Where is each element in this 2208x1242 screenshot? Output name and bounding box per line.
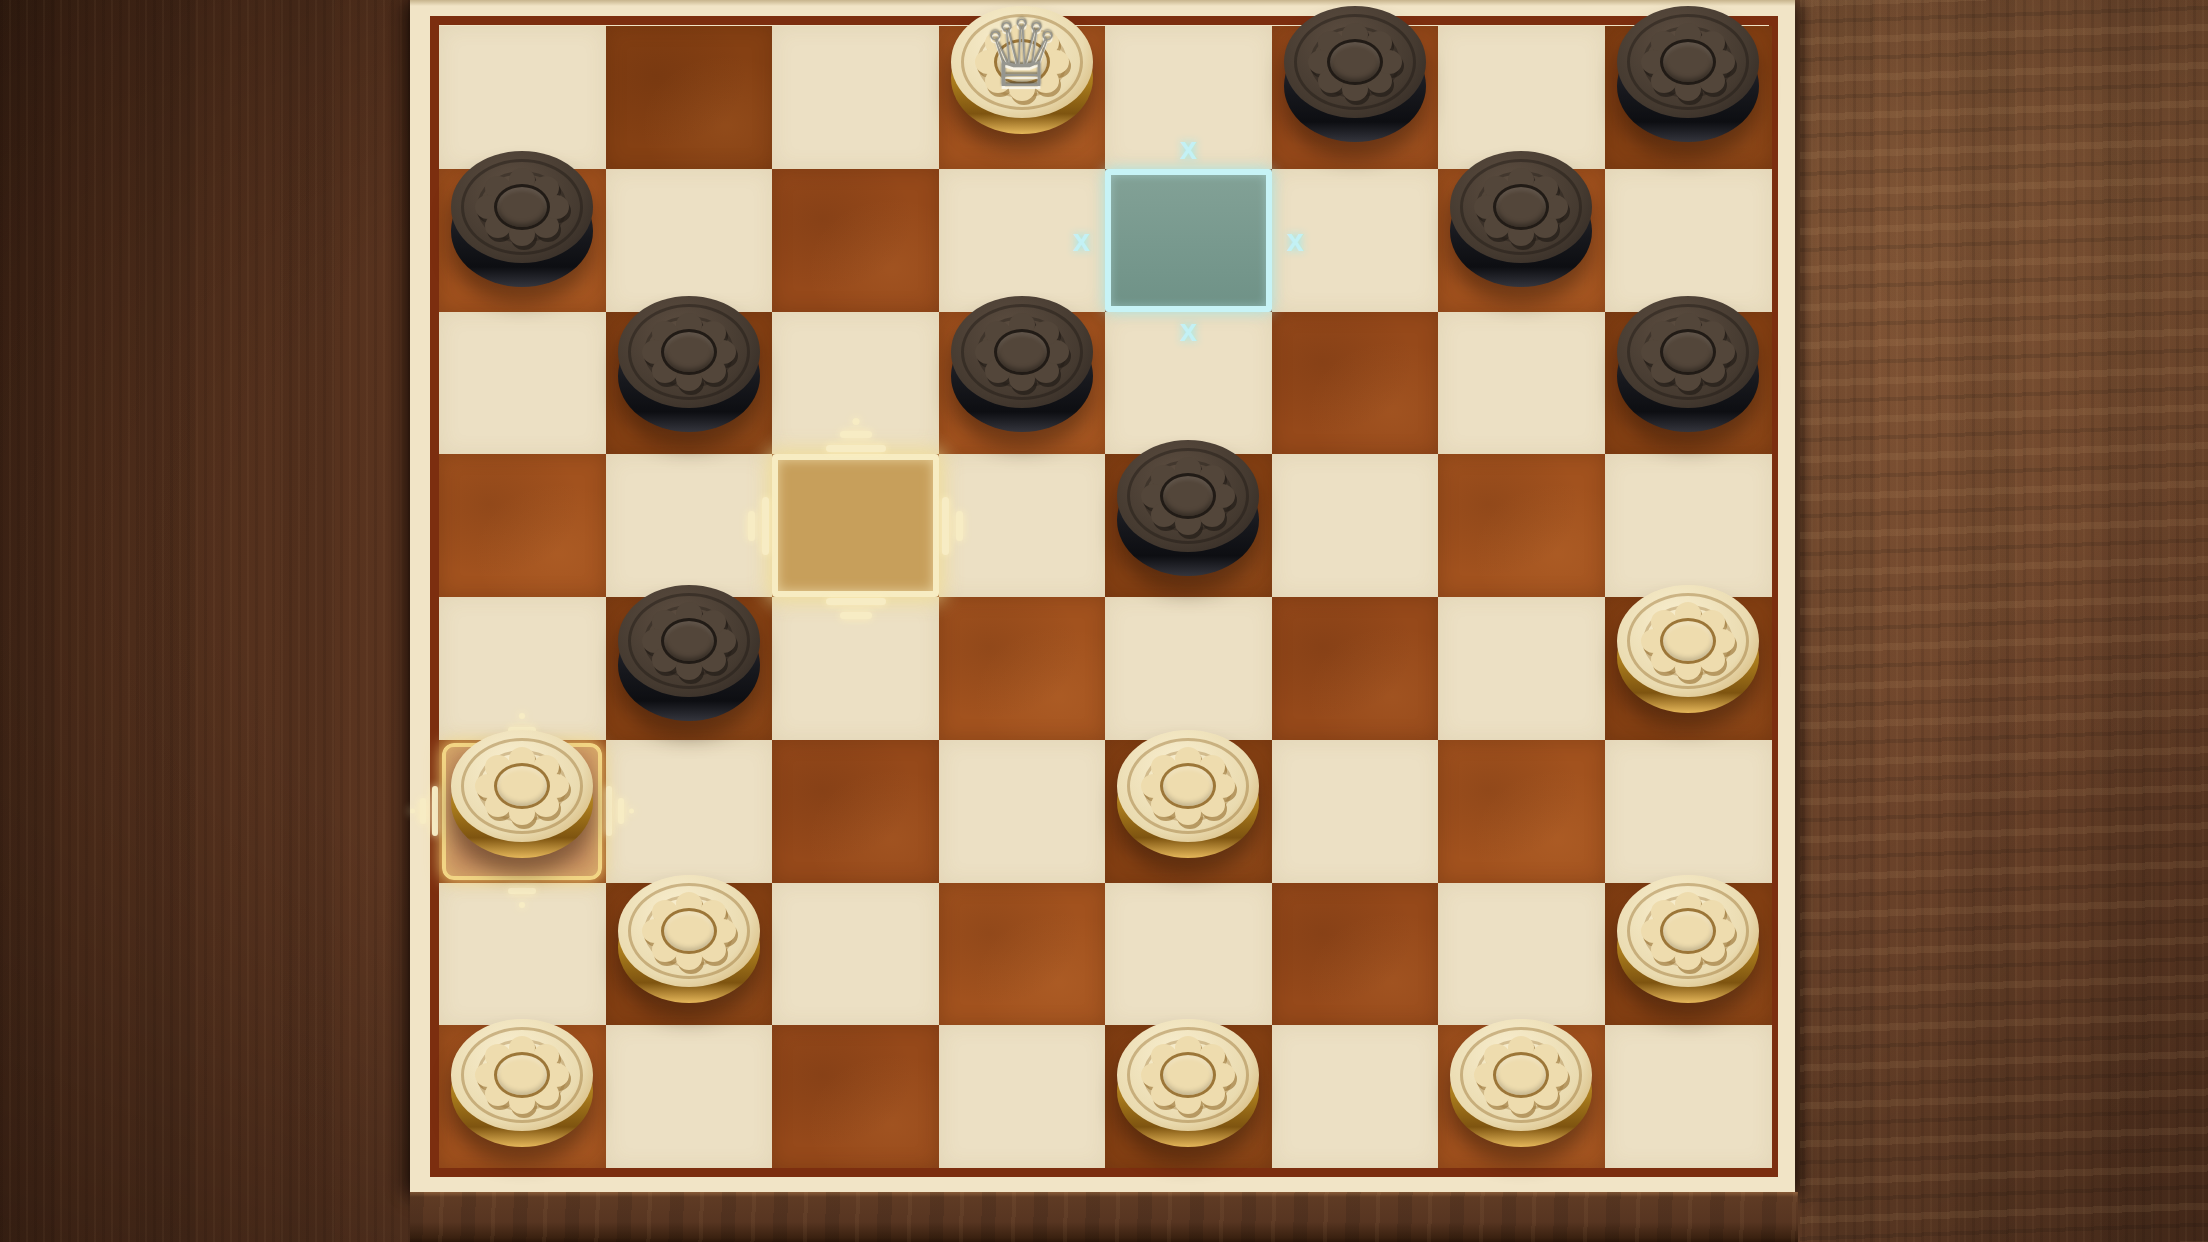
selection-sparkle <box>432 786 438 836</box>
square-r6c4 <box>1105 883 1272 1026</box>
square-r3c5 <box>1272 454 1439 597</box>
dark-man-piece[interactable] <box>618 585 760 725</box>
piece-part-core <box>1660 908 1716 954</box>
checkers-game-screen: xxxx♕ <box>0 0 2208 1242</box>
capture-x-mark: x <box>1180 315 1197 346</box>
square-r1c2[interactable] <box>772 169 939 312</box>
square-r7c3 <box>939 1025 1106 1168</box>
square-r6c2 <box>772 883 939 1026</box>
square-r0c2 <box>772 26 939 169</box>
square-r7c2[interactable] <box>772 1025 939 1168</box>
capture-x-mark: x <box>1287 225 1304 256</box>
square-r7c5 <box>1272 1025 1439 1168</box>
square-r4c6 <box>1438 597 1605 740</box>
piece-part-core <box>1660 618 1716 664</box>
square-r3c3 <box>939 454 1106 597</box>
light-man-piece[interactable] <box>1617 585 1759 725</box>
gold-target-sparkle <box>840 431 872 438</box>
piece-part-core <box>1327 39 1383 85</box>
square-r6c3[interactable] <box>939 883 1106 1026</box>
gold-target-sparkle <box>852 418 859 425</box>
gold-target-sparkle <box>826 598 886 605</box>
dark-man-piece[interactable] <box>1450 151 1592 291</box>
light-man-piece[interactable] <box>1117 730 1259 870</box>
light-king-piece[interactable]: ♕ <box>951 6 1093 146</box>
piece-part-core <box>494 184 550 230</box>
square-r0c6 <box>1438 26 1605 169</box>
dark-man-piece[interactable] <box>1617 296 1759 436</box>
dark-man-piece[interactable] <box>1617 6 1759 146</box>
light-man-piece[interactable] <box>1617 875 1759 1015</box>
square-r7c7 <box>1605 1025 1772 1168</box>
square-r2c5[interactable] <box>1272 312 1439 455</box>
selection-sparkle <box>519 902 525 908</box>
square-r5c2[interactable] <box>772 740 939 883</box>
square-r5c7 <box>1605 740 1772 883</box>
square-r5c5 <box>1272 740 1439 883</box>
piece-part-core <box>1660 39 1716 85</box>
square-r5c6[interactable] <box>1438 740 1605 883</box>
piece-part-core <box>1660 329 1716 375</box>
capture-x-mark: x <box>1073 225 1090 256</box>
piece-part-core <box>661 618 717 664</box>
piece-part-core <box>1160 473 1216 519</box>
piece-part-core <box>1160 763 1216 809</box>
square-r3c7 <box>1605 454 1772 597</box>
gold-target-sparkle <box>942 497 949 555</box>
light-man-piece-selected[interactable] <box>451 730 593 870</box>
piece-part-core <box>1493 1052 1549 1098</box>
piece-part-core <box>994 329 1050 375</box>
piece-part-core <box>661 329 717 375</box>
board-play-area: xxxx♕ <box>439 26 1771 1168</box>
square-r2c0 <box>439 312 606 455</box>
selection-sparkle <box>629 809 634 814</box>
selection-sparkle <box>618 798 624 824</box>
move-target-square-gold[interactable] <box>772 454 939 597</box>
selection-sparkle <box>519 713 525 719</box>
selection-sparkle <box>420 798 426 824</box>
square-r4c5[interactable] <box>1272 597 1439 740</box>
square-r0c1[interactable] <box>606 26 773 169</box>
dark-man-piece[interactable] <box>1284 6 1426 146</box>
capture-target-square-teal[interactable]: xxxx <box>1105 169 1272 312</box>
light-man-piece[interactable] <box>618 875 760 1015</box>
selection-sparkle <box>410 809 415 814</box>
light-man-piece[interactable] <box>1450 1019 1592 1159</box>
gold-target-sparkle <box>748 511 755 541</box>
gold-target-sparkle <box>840 612 872 619</box>
checkers-board: xxxx♕ <box>410 0 1795 1192</box>
gold-target-sparkle <box>826 445 886 452</box>
piece-part-core <box>1493 184 1549 230</box>
square-r1c7 <box>1605 169 1772 312</box>
piece-part-core <box>1160 1052 1216 1098</box>
square-r5c3 <box>939 740 1106 883</box>
square-r6c5[interactable] <box>1272 883 1439 1026</box>
square-r4c3[interactable] <box>939 597 1106 740</box>
square-r2c6 <box>1438 312 1605 455</box>
king-crown-icon: ♕ <box>951 0 1093 110</box>
dark-man-piece[interactable] <box>451 151 593 291</box>
board-front-edge <box>410 1192 1798 1242</box>
square-r0c0 <box>439 26 606 169</box>
light-man-piece[interactable] <box>1117 1019 1259 1159</box>
square-r3c0[interactable] <box>439 454 606 597</box>
capture-x-mark: x <box>1180 133 1197 164</box>
light-man-piece[interactable] <box>451 1019 593 1159</box>
selection-sparkle <box>606 786 612 836</box>
dark-man-piece[interactable] <box>1117 440 1259 580</box>
selection-sparkle <box>508 888 536 894</box>
square-r7c1 <box>606 1025 773 1168</box>
gold-target-sparkle <box>956 511 963 541</box>
square-r6c6 <box>1438 883 1605 1026</box>
dark-man-piece[interactable] <box>618 296 760 436</box>
piece-part-core <box>494 763 550 809</box>
piece-part-core <box>661 908 717 954</box>
square-r3c6[interactable] <box>1438 454 1605 597</box>
dark-man-piece[interactable] <box>951 296 1093 436</box>
square-r4c4 <box>1105 597 1272 740</box>
piece-part-core <box>494 1052 550 1098</box>
gold-target-sparkle <box>762 497 769 555</box>
square-r1c1 <box>606 169 773 312</box>
